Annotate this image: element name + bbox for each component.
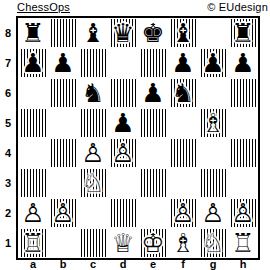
square-g3[interactable] — [198, 168, 228, 198]
square-g8[interactable] — [198, 18, 228, 48]
square-d4[interactable]: ♙ — [108, 138, 138, 168]
square-b1[interactable] — [48, 228, 78, 258]
square-g2[interactable]: ♙ — [198, 198, 228, 228]
piece-white-pawn[interactable]: ♙ — [228, 198, 258, 228]
square-e4[interactable] — [138, 138, 168, 168]
rank-label-8: 8 — [2, 18, 14, 48]
square-b5[interactable] — [48, 108, 78, 138]
piece-white-pawn[interactable]: ♙ — [108, 138, 138, 168]
rank-label-5: 5 — [2, 108, 14, 138]
square-a4[interactable] — [18, 138, 48, 168]
square-b8[interactable] — [48, 18, 78, 48]
square-b2[interactable]: ♙ — [48, 198, 78, 228]
square-d1[interactable]: ♕ — [108, 228, 138, 258]
piece-black-knight[interactable]: ♞ — [78, 78, 108, 108]
square-a7[interactable]: ♟ — [18, 48, 48, 78]
square-d6[interactable] — [108, 78, 138, 108]
piece-black-bishop[interactable]: ♝ — [78, 18, 108, 48]
piece-white-king[interactable]: ♔ — [138, 228, 168, 258]
file-label-f: f — [168, 258, 198, 270]
square-e6[interactable]: ♟ — [138, 78, 168, 108]
piece-white-pawn[interactable]: ♙ — [18, 198, 48, 228]
piece-black-pawn[interactable]: ♟ — [48, 48, 78, 78]
square-h2[interactable]: ♙ — [228, 198, 258, 228]
rank-label-1: 1 — [2, 228, 14, 258]
square-f1[interactable]: ♗ — [168, 228, 198, 258]
square-b6[interactable] — [48, 78, 78, 108]
square-h4[interactable] — [228, 138, 258, 168]
square-g7[interactable]: ♟ — [198, 48, 228, 78]
piece-white-queen[interactable]: ♕ — [108, 228, 138, 258]
square-e1[interactable]: ♔ — [138, 228, 168, 258]
square-e8[interactable]: ♚ — [138, 18, 168, 48]
square-h1[interactable]: ♖ — [228, 228, 258, 258]
square-c2[interactable] — [78, 198, 108, 228]
square-c7[interactable] — [78, 48, 108, 78]
file-label-e: e — [138, 258, 168, 270]
piece-white-pawn[interactable]: ♙ — [198, 198, 228, 228]
rank-label-7: 7 — [2, 48, 14, 78]
piece-white-pawn[interactable]: ♙ — [78, 138, 108, 168]
piece-white-bishop[interactable]: ♗ — [168, 228, 198, 258]
square-f4[interactable] — [168, 138, 198, 168]
piece-black-rook[interactable]: ♜ — [228, 18, 258, 48]
chess-diagram-window: ChessOps © EUdesign ♜♝♛♚♝♜♟♟♟♟♟♞♟♞♟♗♙♙♘♙… — [0, 0, 270, 270]
square-e7[interactable] — [138, 48, 168, 78]
square-h6[interactable] — [228, 78, 258, 108]
square-f2[interactable]: ♙ — [168, 198, 198, 228]
piece-white-rook[interactable]: ♖ — [228, 228, 258, 258]
square-d7[interactable] — [108, 48, 138, 78]
piece-white-bishop[interactable]: ♗ — [198, 108, 228, 138]
rank-label-2: 2 — [2, 198, 14, 228]
square-g4[interactable] — [198, 138, 228, 168]
square-c4[interactable]: ♙ — [78, 138, 108, 168]
square-f5[interactable] — [168, 108, 198, 138]
square-c6[interactable]: ♞ — [78, 78, 108, 108]
square-g5[interactable]: ♗ — [198, 108, 228, 138]
square-h7[interactable]: ♟ — [228, 48, 258, 78]
file-labels: abcdefgh — [18, 258, 258, 270]
piece-white-knight[interactable]: ♘ — [78, 168, 108, 198]
file-label-a: a — [18, 258, 48, 270]
square-d8[interactable]: ♛ — [108, 18, 138, 48]
square-e2[interactable] — [138, 198, 168, 228]
square-f7[interactable]: ♟ — [168, 48, 198, 78]
square-c5[interactable] — [78, 108, 108, 138]
square-e5[interactable] — [138, 108, 168, 138]
file-label-b: b — [48, 258, 78, 270]
piece-white-knight[interactable]: ♘ — [198, 228, 228, 258]
piece-black-pawn[interactable]: ♟ — [168, 48, 198, 78]
square-c3[interactable]: ♘ — [78, 168, 108, 198]
piece-black-pawn[interactable]: ♟ — [198, 48, 228, 78]
square-c8[interactable]: ♝ — [78, 18, 108, 48]
square-h5[interactable] — [228, 108, 258, 138]
piece-black-pawn[interactable]: ♟ — [228, 48, 258, 78]
piece-black-pawn[interactable]: ♟ — [138, 78, 168, 108]
square-h8[interactable]: ♜ — [228, 18, 258, 48]
copyright-label: © EUdesign — [207, 1, 268, 13]
square-f6[interactable]: ♞ — [168, 78, 198, 108]
file-label-c: c — [78, 258, 108, 270]
file-label-g: g — [198, 258, 228, 270]
square-a5[interactable] — [18, 108, 48, 138]
rank-label-3: 3 — [2, 168, 14, 198]
square-a6[interactable] — [18, 78, 48, 108]
square-a8[interactable]: ♜ — [18, 18, 48, 48]
square-d3[interactable] — [108, 168, 138, 198]
piece-white-pawn[interactable]: ♙ — [168, 198, 198, 228]
piece-black-pawn[interactable]: ♟ — [18, 48, 48, 78]
square-h3[interactable] — [228, 168, 258, 198]
square-c1[interactable] — [78, 228, 108, 258]
rank-label-4: 4 — [2, 138, 14, 168]
square-a2[interactable]: ♙ — [18, 198, 48, 228]
piece-white-rook[interactable]: ♖ — [18, 228, 48, 258]
square-a3[interactable] — [18, 168, 48, 198]
piece-black-queen[interactable]: ♛ — [108, 18, 138, 48]
piece-black-bishop[interactable]: ♝ — [168, 18, 198, 48]
square-e3[interactable] — [138, 168, 168, 198]
square-f3[interactable] — [168, 168, 198, 198]
piece-black-pawn[interactable]: ♟ — [108, 108, 138, 138]
square-g6[interactable] — [198, 78, 228, 108]
rank-labels: 87654321 — [2, 18, 14, 258]
square-a1[interactable]: ♖ — [18, 228, 48, 258]
square-d2[interactable] — [108, 198, 138, 228]
piece-black-rook[interactable]: ♜ — [18, 18, 48, 48]
app-title: ChessOps — [17, 1, 70, 13]
piece-black-king[interactable]: ♚ — [138, 18, 168, 48]
square-b3[interactable] — [48, 168, 78, 198]
file-label-h: h — [228, 258, 258, 270]
square-b4[interactable] — [48, 138, 78, 168]
rank-label-6: 6 — [2, 78, 14, 108]
chess-board[interactable]: ♜♝♛♚♝♜♟♟♟♟♟♞♟♞♟♗♙♙♘♙♙♙♙♙♖♕♔♗♘♖ — [16, 16, 260, 260]
square-b7[interactable]: ♟ — [48, 48, 78, 78]
piece-black-knight[interactable]: ♞ — [168, 78, 198, 108]
piece-white-pawn[interactable]: ♙ — [48, 198, 78, 228]
file-label-d: d — [108, 258, 138, 270]
square-g1[interactable]: ♘ — [198, 228, 228, 258]
square-f8[interactable]: ♝ — [168, 18, 198, 48]
square-d5[interactable]: ♟ — [108, 108, 138, 138]
